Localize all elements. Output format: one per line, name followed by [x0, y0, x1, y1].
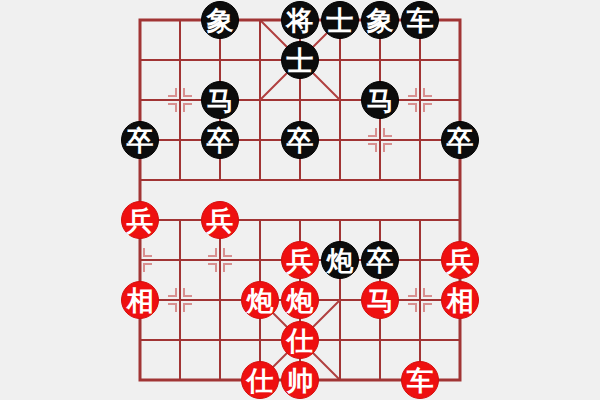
piece-black-chariot[interactable]: 车 — [401, 1, 439, 39]
piece-black-general[interactable]: 将 — [281, 1, 319, 39]
piece-black-elephant[interactable]: 象 — [201, 1, 239, 39]
piece-red-horse[interactable]: 马 — [361, 281, 399, 319]
piece-red-soldier[interactable]: 兵 — [201, 201, 239, 239]
piece-black-advisor[interactable]: 士 — [321, 1, 359, 39]
piece-red-soldier[interactable]: 兵 — [281, 241, 319, 279]
piece-black-soldier[interactable]: 卒 — [121, 121, 159, 159]
piece-red-advisor[interactable]: 仕 — [241, 361, 279, 399]
piece-black-horse[interactable]: 马 — [201, 81, 239, 119]
xiangqi-board: 象将士象车士马马卒卒卒卒兵兵兵炮卒兵相炮炮马相仕仕帅车 — [0, 0, 600, 400]
piece-black-horse[interactable]: 马 — [361, 81, 399, 119]
piece-red-elephant[interactable]: 相 — [441, 281, 479, 319]
piece-black-elephant[interactable]: 象 — [361, 1, 399, 39]
piece-red-cannon[interactable]: 炮 — [241, 281, 279, 319]
piece-red-cannon[interactable]: 炮 — [281, 281, 319, 319]
piece-black-advisor[interactable]: 士 — [281, 41, 319, 79]
piece-red-soldier[interactable]: 兵 — [441, 241, 479, 279]
piece-red-chariot[interactable]: 车 — [401, 361, 439, 399]
piece-black-soldier[interactable]: 卒 — [201, 121, 239, 159]
piece-black-cannon[interactable]: 炮 — [321, 241, 359, 279]
piece-red-advisor[interactable]: 仕 — [281, 321, 319, 359]
piece-black-soldier[interactable]: 卒 — [361, 241, 399, 279]
pieces-layer: 象将士象车士马马卒卒卒卒兵兵兵炮卒兵相炮炮马相仕仕帅车 — [0, 0, 600, 400]
piece-red-elephant[interactable]: 相 — [121, 281, 159, 319]
piece-red-soldier[interactable]: 兵 — [121, 201, 159, 239]
piece-black-soldier[interactable]: 卒 — [441, 121, 479, 159]
piece-black-soldier[interactable]: 卒 — [281, 121, 319, 159]
piece-red-general[interactable]: 帅 — [281, 361, 319, 399]
